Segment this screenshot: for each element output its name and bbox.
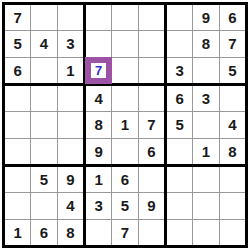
- box-6: 635418: [167, 86, 245, 164]
- box-4: [5, 86, 83, 164]
- cell-r4c4[interactable]: 4: [86, 86, 111, 111]
- box-1: 754361: [5, 5, 83, 83]
- cell-r2c4[interactable]: [86, 31, 111, 56]
- box-8: 163597: [86, 167, 164, 245]
- cell-r4c7[interactable]: 6: [167, 86, 192, 111]
- box-9: [167, 167, 245, 245]
- cell-r2c1[interactable]: 5: [5, 31, 30, 56]
- cell-r2c5[interactable]: [112, 31, 137, 56]
- cell-r7c6[interactable]: [139, 167, 164, 192]
- box-2: 7: [86, 5, 164, 83]
- cell-r9c2[interactable]: 6: [31, 220, 56, 245]
- cell-r6c8[interactable]: 1: [193, 139, 218, 164]
- cell-r8c2[interactable]: [31, 193, 56, 218]
- cell-r1c7[interactable]: [167, 5, 192, 30]
- cell-r6c4[interactable]: 9: [86, 139, 111, 164]
- cell-r5c9[interactable]: 4: [220, 112, 245, 137]
- cell-r6c9[interactable]: 8: [220, 139, 245, 164]
- cell-r8c6[interactable]: 9: [139, 193, 164, 218]
- cell-r6c2[interactable]: [31, 139, 56, 164]
- cell-r2c6[interactable]: [139, 31, 164, 56]
- cell-r9c6[interactable]: [139, 220, 164, 245]
- cell-r3c5[interactable]: [112, 58, 137, 83]
- cell-r8c7[interactable]: [167, 193, 192, 218]
- cell-r7c4[interactable]: 1: [86, 167, 111, 192]
- cell-r5c2[interactable]: [31, 112, 56, 137]
- sudoku-board: 7543617968735481796635418594168163597: [2, 2, 248, 248]
- cell-r1c6[interactable]: [139, 5, 164, 30]
- cell-r3c9[interactable]: 5: [220, 58, 245, 83]
- cell-r4c5[interactable]: [112, 86, 137, 111]
- cell-r4c3[interactable]: [58, 86, 83, 111]
- cell-r3c2[interactable]: [31, 58, 56, 83]
- cell-r3c1[interactable]: 6: [5, 58, 30, 83]
- cell-r1c3[interactable]: [58, 5, 83, 30]
- cell-r8c5[interactable]: 5: [112, 193, 137, 218]
- cell-r5c8[interactable]: [193, 112, 218, 137]
- cell-r5c7[interactable]: 5: [167, 112, 192, 137]
- cell-r5c4[interactable]: 8: [86, 112, 111, 137]
- cell-r1c8[interactable]: 9: [193, 5, 218, 30]
- cell-r5c5[interactable]: 1: [112, 112, 137, 137]
- cell-r9c8[interactable]: [193, 220, 218, 245]
- cell-r4c2[interactable]: [31, 86, 56, 111]
- cell-r2c2[interactable]: 4: [31, 31, 56, 56]
- cell-r7c7[interactable]: [167, 167, 192, 192]
- cell-r2c9[interactable]: 7: [220, 31, 245, 56]
- cell-r7c5[interactable]: 6: [112, 167, 137, 192]
- cell-r3c3[interactable]: 1: [58, 58, 83, 83]
- cell-r5c6[interactable]: 7: [139, 112, 164, 137]
- box-5: 481796: [86, 86, 164, 164]
- cell-r6c3[interactable]: [58, 139, 83, 164]
- cell-r4c6[interactable]: [139, 86, 164, 111]
- cell-r9c1[interactable]: 1: [5, 220, 30, 245]
- cell-r8c9[interactable]: [220, 193, 245, 218]
- cell-r4c1[interactable]: [5, 86, 30, 111]
- box-7: 594168: [5, 167, 83, 245]
- cell-r5c1[interactable]: [5, 112, 30, 137]
- selected-cell-r3c4[interactable]: 7: [86, 58, 111, 83]
- cell-r4c9[interactable]: [220, 86, 245, 111]
- cell-r3c8[interactable]: [193, 58, 218, 83]
- cell-r7c1[interactable]: [5, 167, 30, 192]
- cell-r5c3[interactable]: [58, 112, 83, 137]
- box-3: 968735: [167, 5, 245, 83]
- cell-r6c1[interactable]: [5, 139, 30, 164]
- cell-r7c9[interactable]: [220, 167, 245, 192]
- cell-r3c6[interactable]: [139, 58, 164, 83]
- sudoku-board-wrapper: 7543617968735481796635418594168163597: [0, 0, 246, 246]
- cell-r9c7[interactable]: [167, 220, 192, 245]
- cell-r9c4[interactable]: [86, 220, 111, 245]
- cell-r9c5[interactable]: 7: [112, 220, 137, 245]
- cell-r8c4[interactable]: 3: [86, 193, 111, 218]
- cell-r2c7[interactable]: [167, 31, 192, 56]
- cell-r7c2[interactable]: 5: [31, 167, 56, 192]
- cell-r1c1[interactable]: 7: [5, 5, 30, 30]
- cell-r8c1[interactable]: [5, 193, 30, 218]
- cell-r8c8[interactable]: [193, 193, 218, 218]
- cell-r1c5[interactable]: [112, 5, 137, 30]
- cell-r2c3[interactable]: 3: [58, 31, 83, 56]
- cell-r9c3[interactable]: 8: [58, 220, 83, 245]
- cell-r9c9[interactable]: [220, 220, 245, 245]
- cell-r6c7[interactable]: [167, 139, 192, 164]
- cell-r1c9[interactable]: 6: [220, 5, 245, 30]
- cell-r1c2[interactable]: [31, 5, 56, 30]
- cell-r3c7[interactable]: 3: [167, 58, 192, 83]
- cell-r8c3[interactable]: 4: [58, 193, 83, 218]
- cell-r7c8[interactable]: [193, 167, 218, 192]
- cell-r2c8[interactable]: 8: [193, 31, 218, 56]
- cell-r6c6[interactable]: 6: [139, 139, 164, 164]
- cell-r4c8[interactable]: 3: [193, 86, 218, 111]
- cell-r7c3[interactable]: 9: [58, 167, 83, 192]
- cell-r6c5[interactable]: [112, 139, 137, 164]
- cell-r1c4[interactable]: [86, 5, 111, 30]
